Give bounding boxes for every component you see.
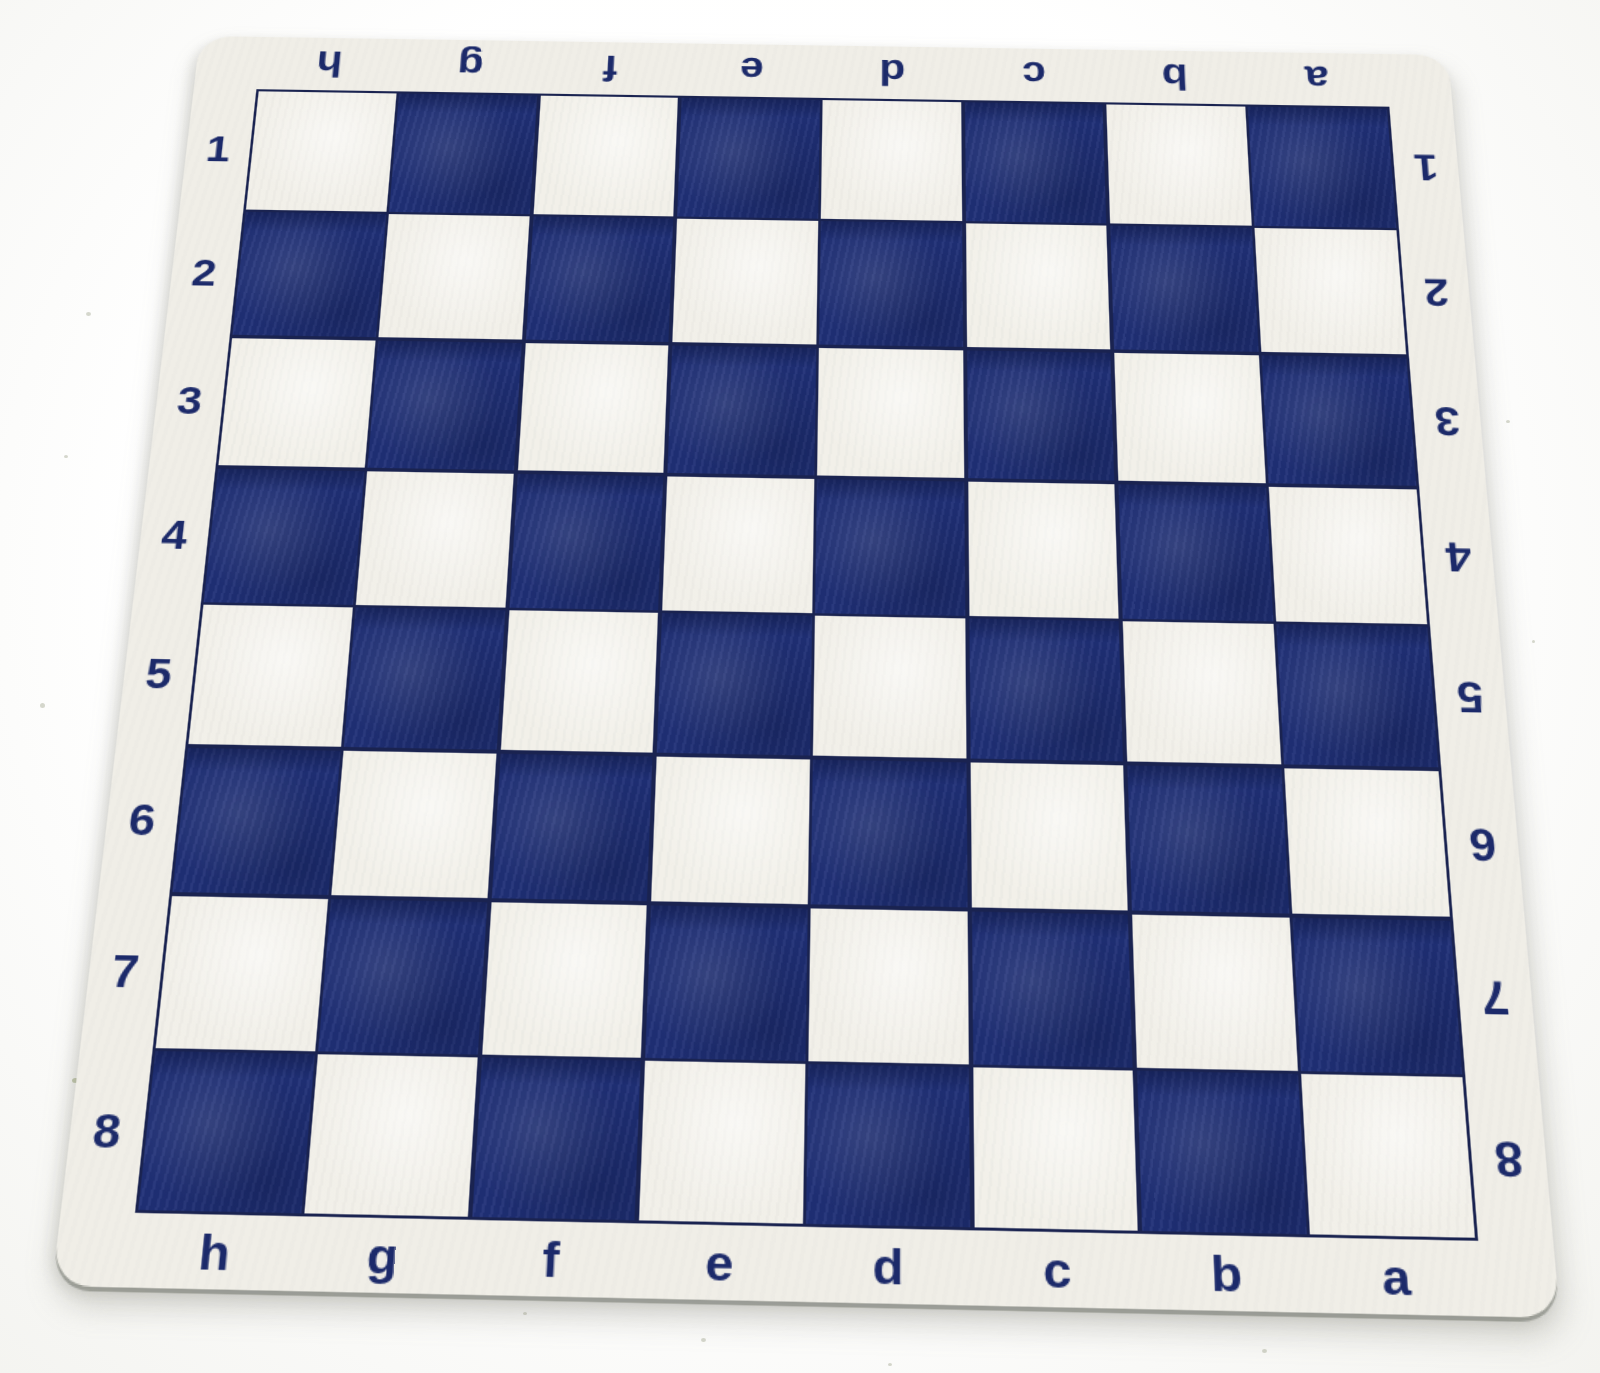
square-b3[interactable]: [1114, 352, 1265, 483]
dust-speck: [701, 1338, 706, 1342]
square-g2[interactable]: [379, 214, 530, 339]
file-label-top-f: f: [539, 41, 682, 96]
square-g4[interactable]: [356, 471, 514, 607]
square-d5[interactable]: [813, 616, 966, 759]
square-f7[interactable]: [482, 902, 648, 1057]
square-f4[interactable]: [509, 474, 664, 610]
square-a8[interactable]: [1301, 1074, 1475, 1238]
file-label-bottom-a: a: [1309, 1237, 1484, 1316]
file-label-bottom-h: h: [127, 1213, 302, 1291]
square-e5[interactable]: [657, 613, 812, 755]
square-d7[interactable]: [809, 908, 969, 1064]
square-g6[interactable]: [332, 750, 497, 898]
square-d8[interactable]: [806, 1064, 970, 1227]
rank-label-right-8: 8: [1465, 1077, 1553, 1243]
square-c6[interactable]: [970, 762, 1128, 911]
square-e3[interactable]: [667, 345, 816, 476]
square-h7[interactable]: [156, 896, 328, 1051]
square-c7[interactable]: [971, 911, 1133, 1067]
square-b5[interactable]: [1123, 622, 1281, 765]
file-label-top-b: b: [1103, 50, 1247, 105]
square-f3[interactable]: [517, 343, 668, 474]
square-a7[interactable]: [1293, 918, 1462, 1074]
rank-label-right-3: 3: [1409, 355, 1487, 488]
square-f1[interactable]: [533, 96, 678, 217]
square-g8[interactable]: [305, 1054, 478, 1216]
square-b4[interactable]: [1118, 484, 1273, 621]
dust-speck: [86, 312, 91, 316]
file-label-top-e: e: [680, 43, 822, 98]
file-label-bottom-b: b: [1141, 1234, 1314, 1313]
square-a1[interactable]: [1248, 107, 1396, 228]
square-f5[interactable]: [500, 610, 658, 752]
dust-speck: [888, 1363, 892, 1366]
square-c1[interactable]: [964, 102, 1106, 223]
square-h2[interactable]: [232, 212, 386, 337]
square-f6[interactable]: [491, 753, 653, 902]
file-label-bottom-d: d: [803, 1227, 973, 1306]
square-c2[interactable]: [965, 224, 1110, 350]
square-d4[interactable]: [815, 479, 965, 616]
square-b2[interactable]: [1110, 226, 1258, 352]
photo-scene: hgfedcba hgfedcba 12345678 12345678: [0, 0, 1600, 1373]
square-g3[interactable]: [368, 340, 522, 471]
file-label-top-d: d: [821, 45, 963, 100]
square-f2[interactable]: [525, 217, 673, 342]
square-b8[interactable]: [1137, 1071, 1307, 1234]
rank-label-right-4: 4: [1419, 488, 1499, 627]
rank-label-right-2: 2: [1399, 229, 1475, 357]
dust-speck: [40, 703, 45, 708]
dust-speck: [1262, 1349, 1267, 1353]
dust-speck: [1532, 640, 1535, 643]
square-a2[interactable]: [1255, 228, 1406, 354]
square-a3[interactable]: [1262, 355, 1417, 486]
square-b7[interactable]: [1132, 914, 1298, 1070]
file-label-top-g: g: [397, 39, 541, 93]
rank-label-right-7: 7: [1453, 919, 1539, 1078]
file-label-bottom-e: e: [634, 1223, 805, 1302]
dust-speck: [64, 455, 68, 458]
square-h3[interactable]: [218, 338, 375, 468]
square-d1[interactable]: [821, 100, 962, 221]
square-c4[interactable]: [968, 482, 1119, 619]
square-d2[interactable]: [819, 221, 963, 347]
file-label-top-a: a: [1244, 52, 1389, 107]
square-g1[interactable]: [389, 93, 537, 213]
square-e2[interactable]: [672, 219, 818, 345]
square-e7[interactable]: [645, 905, 807, 1061]
square-g5[interactable]: [344, 608, 505, 750]
square-f8[interactable]: [472, 1058, 642, 1221]
square-h1[interactable]: [246, 91, 396, 211]
square-e6[interactable]: [651, 756, 810, 905]
square-h5[interactable]: [188, 605, 352, 747]
rank-label-right-5: 5: [1430, 625, 1511, 770]
square-h4[interactable]: [204, 469, 365, 605]
square-c3[interactable]: [967, 350, 1115, 481]
square-d6[interactable]: [811, 759, 968, 908]
chess-mat: hgfedcba hgfedcba 12345678 12345678: [52, 36, 1560, 1318]
rank-label-right-1: 1: [1389, 107, 1463, 230]
square-a6[interactable]: [1284, 768, 1449, 917]
file-label-bottom-c: c: [972, 1230, 1143, 1309]
file-label-top-c: c: [963, 48, 1105, 103]
square-e8[interactable]: [639, 1061, 805, 1224]
square-e4[interactable]: [662, 476, 814, 612]
dust-speck: [523, 1312, 527, 1315]
file-label-bottom-g: g: [296, 1216, 470, 1294]
square-a4[interactable]: [1269, 487, 1427, 624]
square-a5[interactable]: [1277, 624, 1439, 767]
chess-board-grid: [135, 89, 1478, 1241]
square-e1[interactable]: [677, 98, 820, 219]
square-h6[interactable]: [172, 747, 340, 895]
square-h8[interactable]: [138, 1051, 314, 1213]
square-b6[interactable]: [1127, 765, 1289, 914]
dust-speck: [1506, 420, 1510, 423]
file-label-top-h: h: [256, 37, 401, 91]
square-d3[interactable]: [817, 348, 964, 479]
rank-label-right-6: 6: [1441, 769, 1525, 921]
square-b1[interactable]: [1106, 104, 1251, 225]
file-label-bottom-f: f: [465, 1220, 637, 1299]
square-c5[interactable]: [969, 619, 1124, 762]
square-c8[interactable]: [973, 1068, 1139, 1231]
square-g7[interactable]: [319, 899, 488, 1054]
